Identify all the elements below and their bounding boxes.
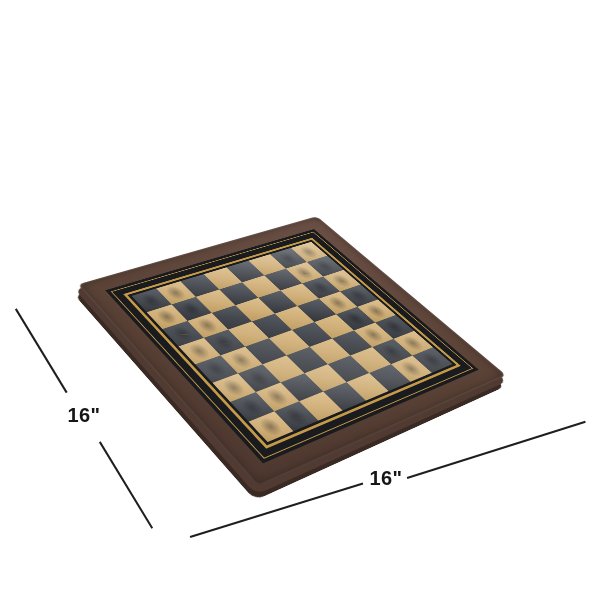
rook-glyph: ♜ (258, 379, 281, 405)
chess-board: ♜♞♝♛♚♝♞♜♟♟♟♟♟♟♟♟♟♟♟♟♟♟♟♟♜♞♝♛♚♝♞♜ (78, 216, 507, 487)
rook-glyph: ♜ (421, 317, 442, 340)
pawn-glyph: ♟ (268, 361, 284, 379)
pawn-glyph: ♟ (286, 379, 303, 398)
product-photo-chess-set: ♜♞♝♛♚♝♞♜♟♟♟♟♟♟♟♟♟♟♟♟♟♟♟♟♜♞♝♛♚♝♞♜ 16" 16" (0, 0, 600, 600)
scene: ♜♞♝♛♚♝♞♜♟♟♟♟♟♟♟♟♟♟♟♟♟♟♟♟♜♞♝♛♚♝♞♜ (0, 0, 600, 600)
pawn-glyph: ♟ (402, 335, 417, 352)
bottom-dimension-label: 16" (360, 467, 412, 490)
pawn-glyph: ♟ (383, 318, 398, 335)
left-dimension-label: 16" (58, 404, 110, 427)
